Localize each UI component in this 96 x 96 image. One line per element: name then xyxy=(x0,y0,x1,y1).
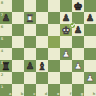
square-b3[interactable] xyxy=(12,60,24,72)
square-g4[interactable] xyxy=(72,48,84,60)
square-a4[interactable]: 4 xyxy=(0,48,12,60)
square-c1[interactable]: c xyxy=(24,84,36,96)
square-d5[interactable] xyxy=(36,36,48,48)
square-b1[interactable]: b xyxy=(12,84,24,96)
square-f8[interactable] xyxy=(60,0,72,12)
square-f3[interactable] xyxy=(60,60,72,72)
square-b6[interactable] xyxy=(12,24,24,36)
file-label-c: c xyxy=(33,92,35,96)
square-b4[interactable] xyxy=(12,48,24,60)
square-c8[interactable] xyxy=(24,0,36,12)
square-a8[interactable]: 8 xyxy=(0,0,12,12)
square-f2[interactable] xyxy=(60,72,72,84)
square-e5[interactable] xyxy=(48,36,60,48)
square-b5[interactable] xyxy=(12,36,24,48)
square-d2[interactable] xyxy=(36,72,48,84)
square-c3[interactable]: ♟ xyxy=(24,60,36,72)
square-a7[interactable]: 7♟ xyxy=(0,12,12,24)
white-rook-c7: ♜ xyxy=(24,12,36,24)
white-pawn-g3: ♟ xyxy=(72,60,84,72)
file-label-b: b xyxy=(21,92,24,96)
square-d3[interactable]: ♝ xyxy=(36,60,48,72)
square-a6[interactable]: 6 xyxy=(0,24,12,36)
rank-label-4: 4 xyxy=(1,49,4,53)
square-h7[interactable]: ♟ xyxy=(84,12,96,24)
black-pawn-c3: ♟ xyxy=(24,60,36,72)
square-d4[interactable] xyxy=(36,48,48,60)
best-move-badge xyxy=(70,23,75,28)
rank-label-8: 8 xyxy=(1,1,4,5)
file-label-e: e xyxy=(57,92,59,96)
square-g8[interactable]: ♚ xyxy=(72,0,84,12)
square-a5[interactable]: 5 xyxy=(0,36,12,48)
file-label-a: a xyxy=(9,92,11,96)
square-c6[interactable] xyxy=(24,24,36,36)
square-e4[interactable] xyxy=(48,48,60,60)
square-e2[interactable] xyxy=(48,72,60,84)
square-e6[interactable] xyxy=(48,24,60,36)
square-h8[interactable] xyxy=(84,0,96,12)
black-pawn-h7: ♟ xyxy=(84,12,96,24)
square-h1[interactable]: h xyxy=(84,84,96,96)
square-d6[interactable] xyxy=(36,24,48,36)
square-h3[interactable] xyxy=(84,60,96,72)
square-a1[interactable]: 1a xyxy=(0,84,12,96)
rank-label-3: 3 xyxy=(1,61,4,65)
rank-label-1: 1 xyxy=(1,85,4,89)
square-a2[interactable]: 2 xyxy=(0,72,12,84)
square-g5[interactable] xyxy=(72,36,84,48)
square-a3[interactable]: 3♜ xyxy=(0,60,12,72)
square-d7[interactable] xyxy=(36,12,48,24)
rank-label-7: 7 xyxy=(1,13,4,17)
square-h5[interactable] xyxy=(84,36,96,48)
black-bishop-d3: ♝ xyxy=(36,60,48,72)
square-h4[interactable] xyxy=(84,48,96,60)
square-e7[interactable] xyxy=(48,12,60,24)
square-e8[interactable] xyxy=(48,0,60,12)
square-g3[interactable]: ♟ xyxy=(72,60,84,72)
white-pawn-f4: ♟ xyxy=(60,48,72,60)
rank-label-5: 5 xyxy=(1,37,4,41)
black-rook-a3: ♜ xyxy=(0,60,12,72)
square-e1[interactable]: e xyxy=(48,84,60,96)
square-e3[interactable] xyxy=(48,60,60,72)
badge-check-icon xyxy=(70,23,74,27)
square-b2[interactable] xyxy=(12,72,24,84)
square-h2[interactable]: ♟ xyxy=(84,72,96,84)
square-c2[interactable] xyxy=(24,72,36,84)
square-f7[interactable]: ♟ xyxy=(60,12,72,24)
file-label-h: h xyxy=(93,92,96,96)
file-label-g: g xyxy=(81,92,84,96)
square-c7[interactable]: ♜ xyxy=(24,12,36,24)
square-f5[interactable] xyxy=(60,36,72,48)
file-label-d: d xyxy=(45,92,48,96)
square-c4[interactable] xyxy=(24,48,36,60)
chess-board: 8♚7♟♜♟♟6♚♟54♟3♜♟♝♟2♟1abcdefgh xyxy=(0,0,96,96)
square-h6[interactable] xyxy=(84,24,96,36)
white-pawn-h2: ♟ xyxy=(84,72,96,84)
square-b8[interactable] xyxy=(12,0,24,12)
black-pawn-a7: ♟ xyxy=(0,12,12,24)
square-g7[interactable] xyxy=(72,12,84,24)
square-b7[interactable] xyxy=(12,12,24,24)
rank-label-6: 6 xyxy=(1,25,4,29)
square-d1[interactable]: d xyxy=(36,84,48,96)
rank-label-2: 2 xyxy=(1,73,4,77)
square-d8[interactable] xyxy=(36,0,48,12)
square-f1[interactable]: f xyxy=(60,84,72,96)
black-pawn-f7: ♟ xyxy=(60,12,72,24)
black-king-g8: ♚ xyxy=(72,0,84,12)
square-c5[interactable] xyxy=(24,36,36,48)
square-g1[interactable]: g xyxy=(72,84,84,96)
square-f4[interactable]: ♟ xyxy=(60,48,72,60)
square-g2[interactable] xyxy=(72,72,84,84)
